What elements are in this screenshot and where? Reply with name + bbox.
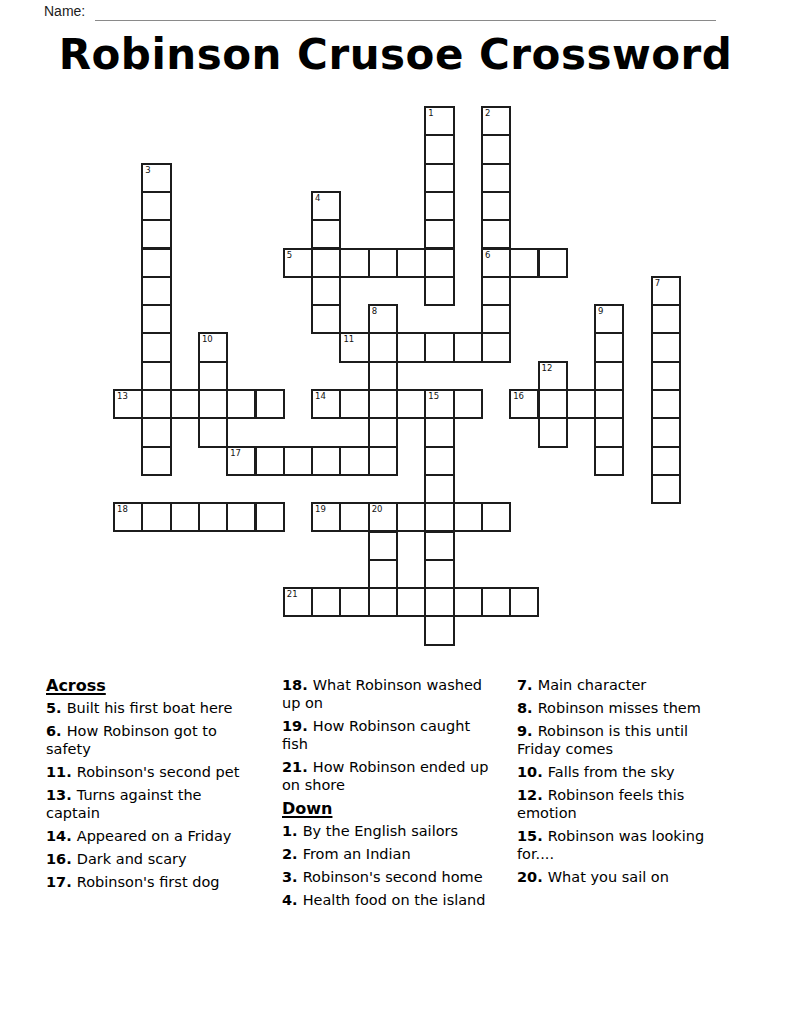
clue-number: 16. xyxy=(46,851,77,867)
grid-cell[interactable] xyxy=(198,502,228,532)
grid-cell[interactable] xyxy=(651,389,681,419)
cell-number: 12 xyxy=(542,363,553,373)
page-title: Robinson Crusoe Crossword xyxy=(0,30,791,79)
clue-number: 1. xyxy=(282,823,303,839)
clue-11: 11. Robinson's second pet xyxy=(46,763,240,781)
grid-cell[interactable]: 16 xyxy=(509,389,539,419)
clue-21: 21. How Robinson ended up on shore xyxy=(282,758,495,794)
grid-cell[interactable] xyxy=(141,389,171,419)
cell-number: 1 xyxy=(428,108,433,118)
cell-number: 3 xyxy=(145,165,150,175)
grid-cell[interactable] xyxy=(424,446,454,476)
cell-number: 13 xyxy=(117,391,128,401)
grid-cell[interactable] xyxy=(509,587,539,617)
grid-cell[interactable]: 11 xyxy=(339,332,369,362)
grid-cell[interactable] xyxy=(651,474,681,504)
clue-14: 14. Appeared on a Friday xyxy=(46,827,240,845)
grid-cell[interactable] xyxy=(424,219,454,249)
grid-cell[interactable] xyxy=(424,474,454,504)
clue-list-header-text: Across xyxy=(46,676,106,695)
grid-cell[interactable] xyxy=(311,587,341,617)
grid-cell[interactable] xyxy=(141,276,171,306)
clue-number: 2. xyxy=(282,846,303,862)
clue-number: 14. xyxy=(46,828,77,844)
grid-cell[interactable] xyxy=(255,502,285,532)
grid-cell[interactable]: 9 xyxy=(594,304,624,334)
grid-cell[interactable] xyxy=(481,332,511,362)
grid-cell[interactable] xyxy=(141,502,171,532)
grid-cell[interactable] xyxy=(424,587,454,617)
grid-cell[interactable] xyxy=(424,417,454,447)
grid-cell[interactable]: 17 xyxy=(226,446,256,476)
grid-cell[interactable] xyxy=(339,248,369,278)
clue-17: 17. Robinson's first dog xyxy=(46,873,240,891)
grid-cell[interactable] xyxy=(424,163,454,193)
grid-cell[interactable]: 15 xyxy=(424,389,454,419)
grid-cell[interactable] xyxy=(651,304,681,334)
grid-cell[interactable] xyxy=(226,502,256,532)
grid-cell[interactable] xyxy=(424,332,454,362)
clue-18: 18. What Robinson washed up on xyxy=(282,676,495,712)
grid-cell[interactable] xyxy=(141,446,171,476)
grid-cell[interactable] xyxy=(339,446,369,476)
grid-cell[interactable] xyxy=(594,417,624,447)
clue-column-3: 7. Main character8. Robinson misses them… xyxy=(517,676,735,891)
grid-cell[interactable]: 18 xyxy=(113,502,143,532)
clue-4: 4. Health food on the island xyxy=(282,891,495,909)
grid-cell[interactable]: 1 xyxy=(424,106,454,136)
grid-cell[interactable] xyxy=(651,332,681,362)
grid-cell[interactable] xyxy=(255,446,285,476)
clue-number: 4. xyxy=(282,892,303,908)
grid-cell[interactable]: 13 xyxy=(113,389,143,419)
grid-cell[interactable]: 6 xyxy=(481,248,511,278)
grid-cell[interactable] xyxy=(141,304,171,334)
grid-cell[interactable] xyxy=(594,361,624,391)
clue-number: 13. xyxy=(46,787,77,803)
cell-number: 16 xyxy=(513,391,524,401)
grid-cell[interactable] xyxy=(651,446,681,476)
cell-number: 9 xyxy=(598,306,603,316)
grid-cell[interactable] xyxy=(481,163,511,193)
clue-number: 10. xyxy=(517,764,548,780)
grid-cell[interactable] xyxy=(141,332,171,362)
grid-cell[interactable] xyxy=(368,559,398,589)
grid-cell[interactable]: 7 xyxy=(651,276,681,306)
clue-9: 9. Robinson is this until Friday comes xyxy=(517,722,735,758)
grid-cell[interactable]: 4 xyxy=(311,191,341,221)
cell-number: 7 xyxy=(655,278,660,288)
cell-number: 21 xyxy=(287,589,298,599)
grid-cell[interactable] xyxy=(368,417,398,447)
clue-19: 19. How Robinson caught fish xyxy=(282,717,495,753)
grid-cell[interactable] xyxy=(481,219,511,249)
cell-number: 2 xyxy=(485,108,490,118)
clue-number: 12. xyxy=(517,787,548,803)
clue-number: 8. xyxy=(517,700,538,716)
clue-12: 12. Robinson feels this emotion xyxy=(517,786,735,822)
clue-column-1: Across5. Built his first boat here6. How… xyxy=(46,676,240,896)
clue-number: 5. xyxy=(46,700,67,716)
grid-cell[interactable] xyxy=(424,615,454,645)
cell-number: 19 xyxy=(315,504,326,514)
grid-cell[interactable]: 12 xyxy=(538,361,568,391)
cell-number: 6 xyxy=(485,250,490,260)
grid-cell[interactable] xyxy=(368,446,398,476)
cell-number: 10 xyxy=(202,334,213,344)
grid-cell[interactable] xyxy=(566,389,596,419)
clue-number: 18. xyxy=(282,677,313,693)
grid-cell[interactable] xyxy=(198,417,228,447)
clue-number: 21. xyxy=(282,759,313,775)
clue-list-header-text: Down xyxy=(282,799,332,818)
clue-10: 10. Falls from the sky xyxy=(517,763,735,781)
grid-cell[interactable] xyxy=(481,276,511,306)
grid-cell[interactable] xyxy=(481,587,511,617)
grid-cell[interactable] xyxy=(424,502,454,532)
grid-cell[interactable] xyxy=(368,531,398,561)
cell-number: 17 xyxy=(230,448,241,458)
grid-cell[interactable] xyxy=(594,446,624,476)
grid-cell[interactable] xyxy=(141,361,171,391)
grid-cell[interactable] xyxy=(424,134,454,164)
clue-number: 6. xyxy=(46,723,67,739)
clue-6: 6. How Robinson got to safety xyxy=(46,722,240,758)
grid-cell[interactable] xyxy=(368,587,398,617)
grid-cell[interactable] xyxy=(453,502,483,532)
clue-list-header: Down xyxy=(282,799,495,818)
grid-cell[interactable] xyxy=(453,587,483,617)
grid-cell[interactable] xyxy=(198,361,228,391)
grid-cell[interactable] xyxy=(396,587,426,617)
grid-cell[interactable]: 3 xyxy=(141,163,171,193)
grid-cell[interactable] xyxy=(651,361,681,391)
cell-number: 20 xyxy=(372,504,383,514)
grid-cell[interactable] xyxy=(453,389,483,419)
grid-cell[interactable] xyxy=(339,587,369,617)
name-input-line[interactable] xyxy=(95,20,716,21)
grid-cell[interactable] xyxy=(368,389,398,419)
clue-16: 16. Dark and scary xyxy=(46,850,240,868)
grid-cell[interactable] xyxy=(481,191,511,221)
cell-number: 15 xyxy=(428,391,439,401)
grid-cell[interactable] xyxy=(396,389,426,419)
crossword-grid: 123456789101112131415161718192021 xyxy=(113,106,683,648)
grid-cell[interactable] xyxy=(141,219,171,249)
grid-cell[interactable] xyxy=(141,191,171,221)
grid-cell[interactable] xyxy=(396,502,426,532)
name-label: Name: xyxy=(44,3,85,19)
grid-cell[interactable] xyxy=(255,389,285,419)
grid-cell[interactable] xyxy=(424,276,454,306)
clue-1: 1. By the English sailors xyxy=(282,822,495,840)
grid-cell[interactable] xyxy=(141,417,171,447)
clue-7: 7. Main character xyxy=(517,676,735,694)
grid-cell[interactable] xyxy=(481,304,511,334)
grid-cell[interactable]: 2 xyxy=(481,106,511,136)
cell-number: 18 xyxy=(117,504,128,514)
grid-cell[interactable] xyxy=(424,248,454,278)
clue-number: 19. xyxy=(282,718,313,734)
clue-list-header: Across xyxy=(46,676,240,695)
clue-number: 7. xyxy=(517,677,538,693)
grid-cell[interactable] xyxy=(311,304,341,334)
grid-cell[interactable] xyxy=(368,248,398,278)
clue-5: 5. Built his first boat here xyxy=(46,699,240,717)
grid-cell[interactable] xyxy=(538,248,568,278)
grid-cell[interactable] xyxy=(453,332,483,362)
grid-cell[interactable] xyxy=(339,502,369,532)
clue-8: 8. Robinson misses them xyxy=(517,699,735,717)
grid-cell[interactable] xyxy=(651,417,681,447)
grid-cell[interactable]: 14 xyxy=(311,389,341,419)
grid-cell[interactable] xyxy=(170,502,200,532)
clue-3: 3. Robinson's second home xyxy=(282,868,495,886)
clue-number: 15. xyxy=(517,828,548,844)
cell-number: 11 xyxy=(343,334,354,344)
grid-cell[interactable] xyxy=(141,248,171,278)
cell-number: 8 xyxy=(372,306,377,316)
clue-number: 20. xyxy=(517,869,548,885)
clue-number: 3. xyxy=(282,869,303,885)
grid-cell[interactable] xyxy=(311,248,341,278)
grid-cell[interactable] xyxy=(311,219,341,249)
grid-cell[interactable] xyxy=(424,559,454,589)
grid-cell[interactable]: 21 xyxy=(283,587,313,617)
clue-column-2: 18. What Robinson washed up on19. How Ro… xyxy=(282,676,495,914)
grid-cell[interactable] xyxy=(368,332,398,362)
clue-15: 15. Robinson was looking for.... xyxy=(517,827,735,863)
grid-cell[interactable] xyxy=(283,446,313,476)
grid-cell[interactable] xyxy=(311,276,341,306)
grid-cell[interactable] xyxy=(424,531,454,561)
grid-cell[interactable] xyxy=(481,134,511,164)
grid-cell[interactable] xyxy=(339,389,369,419)
cell-number: 4 xyxy=(315,193,320,203)
grid-cell[interactable]: 8 xyxy=(368,304,398,334)
clue-2: 2. From an Indian xyxy=(282,845,495,863)
grid-cell[interactable] xyxy=(538,389,568,419)
grid-cell[interactable]: 19 xyxy=(311,502,341,532)
grid-cell[interactable] xyxy=(594,332,624,362)
clue-number: 9. xyxy=(517,723,538,739)
clue-20: 20. What you sail on xyxy=(517,868,735,886)
grid-cell[interactable] xyxy=(170,389,200,419)
grid-cell[interactable] xyxy=(226,389,256,419)
grid-cell[interactable] xyxy=(509,248,539,278)
grid-cell[interactable] xyxy=(424,191,454,221)
grid-cell[interactable] xyxy=(481,502,511,532)
grid-cell[interactable] xyxy=(311,446,341,476)
grid-cell[interactable] xyxy=(396,248,426,278)
grid-cell[interactable] xyxy=(396,332,426,362)
grid-cell[interactable]: 20 xyxy=(368,502,398,532)
grid-cell[interactable] xyxy=(198,389,228,419)
grid-cell[interactable]: 5 xyxy=(283,248,313,278)
clue-number: 17. xyxy=(46,874,77,890)
grid-cell[interactable] xyxy=(368,361,398,391)
cell-number: 5 xyxy=(287,250,292,260)
grid-cell[interactable]: 10 xyxy=(198,332,228,362)
grid-cell[interactable] xyxy=(538,417,568,447)
grid-cell[interactable] xyxy=(594,389,624,419)
clue-13: 13. Turns against the captain xyxy=(46,786,240,822)
clue-number: 11. xyxy=(46,764,77,780)
cell-number: 14 xyxy=(315,391,326,401)
